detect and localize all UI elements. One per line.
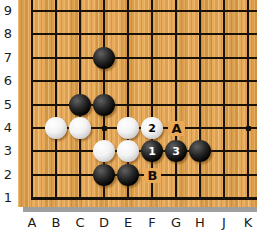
coord-label-col-A: A [23,215,41,231]
coord-label-col-E: E [119,215,137,231]
move-label-2: 2 [148,123,156,134]
stone-white-F4: 2 [141,117,163,139]
star-point-D4 [102,126,107,131]
grid-line-col-K [247,0,249,200]
stone-black-D2 [93,164,115,186]
move-label-3: 3 [172,146,180,157]
coord-label-col-K: K [239,215,257,231]
stone-black-G3: 3 [165,140,187,162]
coord-label-col-H: H [191,215,209,231]
coord-label-row-8: 8 [0,26,16,42]
stone-black-H3 [189,140,211,162]
star-point-K4 [246,126,251,131]
coord-label-row-5: 5 [0,97,16,113]
move-label-1: 1 [148,146,156,157]
coord-label-col-C: C [71,215,89,231]
grid-line-row-8 [31,33,257,35]
grid-line-row-5 [31,104,257,106]
coord-label-row-3: 3 [0,143,16,159]
grid-line-col-H [199,0,201,200]
grid-line-col-G [175,0,177,200]
stone-black-D5 [93,94,115,116]
coord-label-col-F: F [143,215,161,231]
grid-line-row-6 [31,80,257,82]
coord-label-row-9: 9 [0,3,16,19]
coord-label-row-6: 6 [0,73,16,89]
point-label-A: A [168,121,185,136]
stone-white-C4 [69,117,91,139]
coord-label-col-G: G [167,215,185,231]
coord-label-col-J: J [215,215,233,231]
stone-black-D7 [93,47,115,69]
stone-black-F3: 1 [141,140,163,162]
grid-line-row-9 [31,10,257,12]
go-problem-diagram: 132AB 123456789ABCDEFGHJK [0,0,257,236]
coord-label-col-D: D [95,215,113,231]
stone-white-E4 [117,117,139,139]
coord-label-row-4: 4 [0,120,16,136]
grid-line-col-A [31,0,33,200]
stone-white-E3 [117,140,139,162]
go-board[interactable]: 132AB [18,0,257,207]
coord-label-row-1: 1 [0,190,16,206]
stone-white-B4 [45,117,67,139]
grid-line-row-7 [31,57,257,59]
point-label-B: B [144,168,161,183]
coord-label-row-7: 7 [0,50,16,66]
stone-black-C5 [69,94,91,116]
stone-white-D3 [93,140,115,162]
board-shadow [23,207,257,212]
grid-line-col-B [55,0,57,200]
grid-line-col-J [223,0,225,200]
coord-label-row-2: 2 [0,167,16,183]
grid-line-row-1 [31,197,257,200]
stone-black-E2 [117,164,139,186]
coord-label-col-B: B [47,215,65,231]
